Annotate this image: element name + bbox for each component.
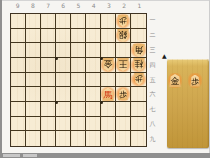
rank-label: 六 [148, 87, 157, 102]
square-7-6 [41, 87, 56, 102]
rank-label: 八 [148, 117, 157, 132]
square-8-7 [26, 102, 41, 117]
square-7-5 [41, 73, 56, 88]
file-label: 4 [86, 1, 101, 11]
square-9-5 [11, 73, 26, 88]
square-2-1: 歩 [116, 14, 131, 29]
square-2-6: 歩 [116, 87, 131, 102]
square-6-6 [56, 87, 71, 102]
piece-kanji: 馬 [104, 90, 113, 101]
square-6-8 [56, 117, 71, 132]
square-4-9 [86, 131, 101, 146]
square-1-4: 桂 [131, 58, 146, 73]
square-4-2 [86, 29, 101, 44]
square-1-2 [131, 29, 146, 44]
square-7-2 [41, 29, 56, 44]
square-6-3 [56, 43, 71, 58]
piece-kanji: 角 [134, 44, 143, 55]
star-point [100, 57, 103, 60]
piece-kanji: 銀 [119, 29, 128, 40]
square-3-7 [101, 102, 116, 117]
file-label: 1 [132, 1, 147, 11]
square-3-1 [101, 14, 116, 29]
piece-kanji: 王 [119, 58, 128, 69]
frame-edge-right [209, 0, 210, 158]
square-7-8 [41, 117, 56, 132]
square-2-4: 王 [116, 58, 131, 73]
square-2-9 [116, 131, 131, 146]
square-6-9 [56, 131, 71, 146]
square-5-4 [71, 58, 86, 73]
square-9-2 [11, 29, 26, 44]
square-3-4: 金 [101, 58, 116, 73]
square-8-8 [26, 117, 41, 132]
square-4-1 [86, 14, 101, 29]
bottom-tab-fragment-2[interactable] [23, 154, 37, 157]
square-4-4 [86, 58, 101, 73]
rank-label: 九 [148, 132, 157, 147]
piece-kanji: 歩 [191, 77, 199, 87]
rank-label: 七 [148, 102, 157, 117]
square-1-7 [131, 102, 146, 117]
square-4-8 [86, 117, 101, 132]
bottom-tab-fragment-1[interactable] [3, 154, 20, 157]
piece-kanji: 金 [171, 76, 180, 87]
square-9-1 [11, 14, 26, 29]
square-6-1 [56, 14, 71, 29]
square-1-1 [131, 14, 146, 29]
square-7-3 [41, 43, 56, 58]
piece-kanji: 金 [104, 58, 113, 69]
piece-kanji: 歩 [135, 73, 143, 83]
square-2-5 [116, 73, 131, 88]
square-8-5 [26, 73, 41, 88]
square-6-5 [56, 73, 71, 88]
rank-label: 三 [148, 43, 157, 58]
rank-label: 二 [148, 28, 157, 43]
square-8-2 [26, 29, 41, 44]
square-3-2 [101, 29, 116, 44]
square-4-7 [86, 102, 101, 117]
rank-label: 四 [148, 58, 157, 73]
square-1-3: 角 [131, 43, 146, 58]
hand-piece-pawn: 歩 [188, 73, 202, 88]
star-point [100, 101, 103, 104]
square-9-7 [11, 102, 26, 117]
square-5-9 [71, 131, 86, 146]
square-7-7 [41, 102, 56, 117]
square-8-3 [26, 43, 41, 58]
square-2-2: 銀 [116, 29, 131, 44]
square-8-1 [26, 14, 41, 29]
square-5-6 [71, 87, 86, 102]
square-8-6 [26, 87, 41, 102]
komadai-sente: 金 歩 [167, 59, 209, 148]
square-3-6: 馬 [101, 87, 116, 102]
square-3-5 [101, 73, 116, 88]
shogi-board: 歩銀角金王桂歩馬歩 [10, 13, 147, 147]
star-point [55, 101, 58, 104]
square-4-3 [86, 43, 101, 58]
square-9-9 [11, 131, 26, 146]
square-5-3 [71, 43, 86, 58]
square-1-5: 歩 [131, 73, 146, 88]
square-2-3 [116, 43, 131, 58]
piece-kanji: 歩 [119, 90, 127, 100]
frame-edge-left [0, 0, 2, 158]
board-grid: 歩銀角金王桂歩馬歩 [11, 14, 146, 146]
square-9-4 [11, 58, 26, 73]
file-label: 6 [56, 1, 71, 11]
file-label: 7 [40, 1, 55, 11]
square-6-4 [56, 58, 71, 73]
square-5-5 [71, 73, 86, 88]
square-1-8 [131, 117, 146, 132]
square-2-7 [116, 102, 131, 117]
square-4-5 [86, 73, 101, 88]
star-point [55, 57, 58, 60]
file-label: 5 [71, 1, 86, 11]
square-6-7 [56, 102, 71, 117]
rank-label: 一 [148, 13, 157, 28]
file-label: 8 [25, 1, 40, 11]
square-4-6 [86, 87, 101, 102]
square-9-3 [11, 43, 26, 58]
square-9-6 [11, 87, 26, 102]
square-5-8 [71, 117, 86, 132]
square-7-4 [41, 58, 56, 73]
file-label: 9 [10, 1, 25, 11]
square-1-6 [131, 87, 146, 102]
square-3-8 [101, 117, 116, 132]
square-3-3 [101, 43, 116, 58]
sente-marker-icon: ▲ [162, 52, 167, 60]
tsume-shogi-diagram: 9 8 7 6 5 4 3 2 1 歩銀角金王桂歩馬歩 一 二 三 四 五 六 … [0, 0, 210, 158]
square-8-9 [26, 131, 41, 146]
square-3-9 [101, 131, 116, 146]
rank-label: 五 [148, 73, 157, 88]
square-9-8 [11, 117, 26, 132]
square-2-8 [116, 117, 131, 132]
square-5-7 [71, 102, 86, 117]
square-8-4 [26, 58, 41, 73]
piece-kanji: 歩 [119, 15, 127, 25]
square-7-9 [41, 131, 56, 146]
hand-piece-gold: 金 [168, 73, 182, 88]
square-1-9 [131, 131, 146, 146]
piece-kanji: 桂 [134, 58, 143, 69]
file-label: 2 [117, 1, 132, 11]
file-labels: 9 8 7 6 5 4 3 2 1 [10, 1, 147, 11]
square-7-1 [41, 14, 56, 29]
file-label: 3 [101, 1, 116, 11]
rank-labels: 一 二 三 四 五 六 七 八 九 [148, 13, 157, 147]
square-5-1 [71, 14, 86, 29]
square-6-2 [56, 29, 71, 44]
square-5-2 [71, 29, 86, 44]
bottom-bar [0, 153, 210, 158]
